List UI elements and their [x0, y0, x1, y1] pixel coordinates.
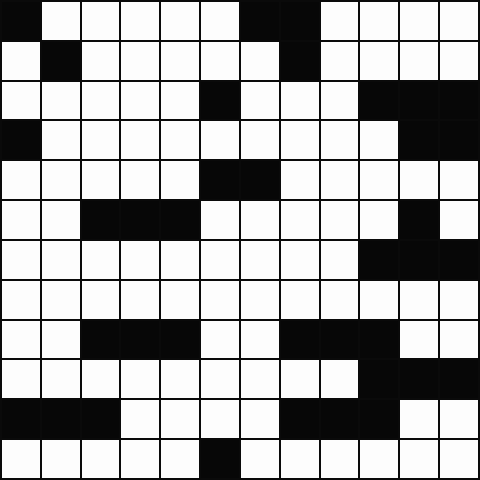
- white-cell-r11c5[interactable]: [161, 400, 199, 438]
- white-cell-r9c11[interactable]: [400, 321, 438, 359]
- white-cell-r1c9[interactable]: [321, 2, 359, 40]
- white-cell-r1c2[interactable]: [42, 2, 80, 40]
- black-cell-r6c11: [400, 201, 438, 239]
- white-cell-r10c6[interactable]: [201, 360, 239, 398]
- white-cell-r12c3[interactable]: [82, 440, 120, 478]
- white-cell-r11c11[interactable]: [400, 400, 438, 438]
- white-cell-r3c9[interactable]: [321, 82, 359, 120]
- white-cell-r10c4[interactable]: [121, 360, 159, 398]
- black-cell-r3c12: [440, 82, 478, 120]
- black-cell-r6c5: [161, 201, 199, 239]
- white-cell-r6c7[interactable]: [241, 201, 279, 239]
- white-cell-r3c3[interactable]: [82, 82, 120, 120]
- white-cell-r12c7[interactable]: [241, 440, 279, 478]
- white-cell-r2c3[interactable]: [82, 42, 120, 80]
- white-cell-r6c8[interactable]: [281, 201, 319, 239]
- black-cell-r5c6: [201, 161, 239, 199]
- black-cell-r10c11: [400, 360, 438, 398]
- white-cell-r9c6[interactable]: [201, 321, 239, 359]
- black-cell-r9c10: [360, 321, 398, 359]
- white-cell-r12c9[interactable]: [321, 440, 359, 478]
- white-cell-r2c6[interactable]: [201, 42, 239, 80]
- white-cell-r3c4[interactable]: [121, 82, 159, 120]
- white-cell-r5c9[interactable]: [321, 161, 359, 199]
- black-cell-r9c9: [321, 321, 359, 359]
- white-cell-r7c2[interactable]: [42, 241, 80, 279]
- white-cell-r8c3[interactable]: [82, 281, 120, 319]
- white-cell-r2c10[interactable]: [360, 42, 398, 80]
- white-cell-r2c12[interactable]: [440, 42, 478, 80]
- white-cell-r3c2[interactable]: [42, 82, 80, 120]
- white-cell-r8c5[interactable]: [161, 281, 199, 319]
- white-cell-r5c4[interactable]: [121, 161, 159, 199]
- white-cell-r4c9[interactable]: [321, 121, 359, 159]
- black-cell-r3c6: [201, 82, 239, 120]
- white-cell-r7c9[interactable]: [321, 241, 359, 279]
- white-cell-r8c6[interactable]: [201, 281, 239, 319]
- white-cell-r2c9[interactable]: [321, 42, 359, 80]
- black-cell-r7c10: [360, 241, 398, 279]
- white-cell-r3c5[interactable]: [161, 82, 199, 120]
- white-cell-r12c8[interactable]: [281, 440, 319, 478]
- white-cell-r6c6[interactable]: [201, 201, 239, 239]
- white-cell-r7c3[interactable]: [82, 241, 120, 279]
- white-cell-r2c7[interactable]: [241, 42, 279, 80]
- white-cell-r10c2[interactable]: [42, 360, 80, 398]
- black-cell-r11c1: [2, 400, 40, 438]
- black-cell-r11c8: [281, 400, 319, 438]
- white-cell-r7c1[interactable]: [2, 241, 40, 279]
- black-cell-r5c7: [241, 161, 279, 199]
- black-cell-r11c2: [42, 400, 80, 438]
- white-cell-r6c9[interactable]: [321, 201, 359, 239]
- black-cell-r1c1: [2, 2, 40, 40]
- white-cell-r4c4[interactable]: [121, 121, 159, 159]
- black-cell-r11c3: [82, 400, 120, 438]
- white-cell-r9c12[interactable]: [440, 321, 478, 359]
- white-cell-r2c4[interactable]: [121, 42, 159, 80]
- black-cell-r7c11: [400, 241, 438, 279]
- white-cell-r11c4[interactable]: [121, 400, 159, 438]
- white-cell-r7c6[interactable]: [201, 241, 239, 279]
- black-cell-r2c8: [281, 42, 319, 80]
- black-cell-r12c6: [201, 440, 239, 478]
- white-cell-r1c4[interactable]: [121, 2, 159, 40]
- black-cell-r6c4: [121, 201, 159, 239]
- white-cell-r1c12[interactable]: [440, 2, 478, 40]
- black-cell-r11c10: [360, 400, 398, 438]
- white-cell-r4c5[interactable]: [161, 121, 199, 159]
- white-cell-r6c1[interactable]: [2, 201, 40, 239]
- white-cell-r5c3[interactable]: [82, 161, 120, 199]
- black-cell-r10c10: [360, 360, 398, 398]
- black-cell-r11c9: [321, 400, 359, 438]
- black-cell-r4c12: [440, 121, 478, 159]
- white-cell-r6c12[interactable]: [440, 201, 478, 239]
- white-cell-r8c9[interactable]: [321, 281, 359, 319]
- black-cell-r6c3: [82, 201, 120, 239]
- white-cell-r12c4[interactable]: [121, 440, 159, 478]
- white-cell-r4c10[interactable]: [360, 121, 398, 159]
- black-cell-r10c12: [440, 360, 478, 398]
- black-cell-r9c8: [281, 321, 319, 359]
- white-cell-r5c5[interactable]: [161, 161, 199, 199]
- black-cell-r9c3: [82, 321, 120, 359]
- black-cell-r7c12: [440, 241, 478, 279]
- white-cell-r9c7[interactable]: [241, 321, 279, 359]
- crossword-page: [0, 0, 480, 480]
- white-cell-r12c5[interactable]: [161, 440, 199, 478]
- black-cell-r1c7: [241, 2, 279, 40]
- white-cell-r11c6[interactable]: [201, 400, 239, 438]
- white-cell-r10c9[interactable]: [321, 360, 359, 398]
- white-cell-r1c3[interactable]: [82, 2, 120, 40]
- black-cell-r4c11: [400, 121, 438, 159]
- white-cell-r5c2[interactable]: [42, 161, 80, 199]
- white-cell-r11c7[interactable]: [241, 400, 279, 438]
- white-cell-r7c8[interactable]: [281, 241, 319, 279]
- black-cell-r3c11: [400, 82, 438, 120]
- white-cell-r6c2[interactable]: [42, 201, 80, 239]
- white-cell-r8c11[interactable]: [400, 281, 438, 319]
- black-cell-r9c4: [121, 321, 159, 359]
- white-cell-r12c10[interactable]: [360, 440, 398, 478]
- white-cell-r5c1[interactable]: [2, 161, 40, 199]
- white-cell-r4c2[interactable]: [42, 121, 80, 159]
- white-cell-r3c7[interactable]: [241, 82, 279, 120]
- white-cell-r10c5[interactable]: [161, 360, 199, 398]
- white-cell-r7c7[interactable]: [241, 241, 279, 279]
- white-cell-r3c8[interactable]: [281, 82, 319, 120]
- white-cell-r12c12[interactable]: [440, 440, 478, 478]
- white-cell-r8c4[interactable]: [121, 281, 159, 319]
- black-cell-r1c8: [281, 2, 319, 40]
- white-cell-r1c11[interactable]: [400, 2, 438, 40]
- white-cell-r6c10[interactable]: [360, 201, 398, 239]
- white-cell-r5c10[interactable]: [360, 161, 398, 199]
- crossword-grid: [0, 0, 480, 480]
- white-cell-r12c11[interactable]: [400, 440, 438, 478]
- white-cell-r4c7[interactable]: [241, 121, 279, 159]
- white-cell-r9c2[interactable]: [42, 321, 80, 359]
- white-cell-r7c5[interactable]: [161, 241, 199, 279]
- white-cell-r8c2[interactable]: [42, 281, 80, 319]
- white-cell-r9c1[interactable]: [2, 321, 40, 359]
- white-cell-r10c8[interactable]: [281, 360, 319, 398]
- white-cell-r8c7[interactable]: [241, 281, 279, 319]
- white-cell-r3c1[interactable]: [2, 82, 40, 120]
- white-cell-r5c8[interactable]: [281, 161, 319, 199]
- white-cell-r10c1[interactable]: [2, 360, 40, 398]
- white-cell-r5c12[interactable]: [440, 161, 478, 199]
- white-cell-r10c3[interactable]: [82, 360, 120, 398]
- white-cell-r1c5[interactable]: [161, 2, 199, 40]
- black-cell-r9c5: [161, 321, 199, 359]
- white-cell-r4c8[interactable]: [281, 121, 319, 159]
- white-cell-r2c11[interactable]: [400, 42, 438, 80]
- black-cell-r2c2: [42, 42, 80, 80]
- black-cell-r4c1: [2, 121, 40, 159]
- white-cell-r12c1[interactable]: [2, 440, 40, 478]
- white-cell-r8c12[interactable]: [440, 281, 478, 319]
- white-cell-r5c11[interactable]: [400, 161, 438, 199]
- white-cell-r8c1[interactable]: [2, 281, 40, 319]
- white-cell-r2c1[interactable]: [2, 42, 40, 80]
- white-cell-r12c2[interactable]: [42, 440, 80, 478]
- white-cell-r1c6[interactable]: [201, 2, 239, 40]
- white-cell-r4c6[interactable]: [201, 121, 239, 159]
- white-cell-r4c3[interactable]: [82, 121, 120, 159]
- white-cell-r8c8[interactable]: [281, 281, 319, 319]
- white-cell-r2c5[interactable]: [161, 42, 199, 80]
- white-cell-r11c12[interactable]: [440, 400, 478, 438]
- black-cell-r3c10: [360, 82, 398, 120]
- white-cell-r1c10[interactable]: [360, 2, 398, 40]
- white-cell-r7c4[interactable]: [121, 241, 159, 279]
- white-cell-r10c7[interactable]: [241, 360, 279, 398]
- white-cell-r8c10[interactable]: [360, 281, 398, 319]
